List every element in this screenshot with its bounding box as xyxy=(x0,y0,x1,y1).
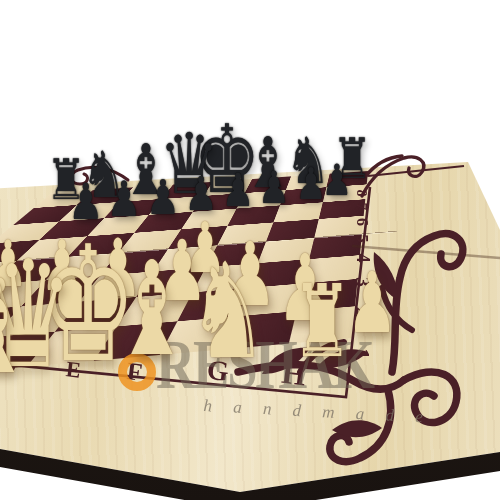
piece-black-pawn-f7[interactable]: ♟ xyxy=(258,165,290,210)
piece-white-bishop-c1[interactable]: ♝ xyxy=(0,266,32,392)
chess-set-photo: ABCDEFGH12345678 ♜♞♝♚♛♝♞♟♜♟♟♟♟♟♟♟♟♟♟♟♟♟♟… xyxy=(0,0,500,500)
piece-black-pawn-c7[interactable]: ♟ xyxy=(146,173,180,221)
piece-white-pawn-h2[interactable]: ♟ xyxy=(346,261,397,345)
piece-white-knight-g1[interactable]: ♞ xyxy=(188,245,268,377)
piece-white-rook-h1[interactable]: ♜ xyxy=(292,272,353,372)
pieces-layer: ♜♞♝♚♛♝♞♟♜♟♟♟♟♟♟♟♟♟♟♟♟♟♟♟♝♞♚♜♛♝♞♜ xyxy=(0,0,500,500)
piece-black-pawn-g7[interactable]: ♟ xyxy=(295,162,327,206)
